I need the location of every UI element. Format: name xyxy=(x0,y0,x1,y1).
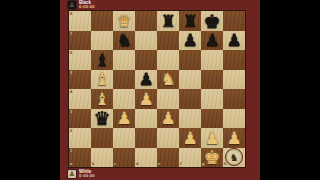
square-b4[interactable]: ♝ xyxy=(91,89,113,109)
square-g3[interactable] xyxy=(201,109,223,129)
piece-wP-c3[interactable]: ♟ xyxy=(113,109,135,128)
square-b2[interactable] xyxy=(91,128,113,148)
square-b6[interactable]: ♝ xyxy=(91,50,113,70)
piece-wP-e3[interactable]: ♟ xyxy=(157,109,179,128)
rank-label-1: 1 xyxy=(70,149,72,153)
piece-bQ-b3[interactable]: ♛ xyxy=(91,109,113,128)
square-a5[interactable]: 5 xyxy=(69,70,91,90)
square-c6[interactable] xyxy=(113,50,135,70)
square-a2[interactable]: 2 xyxy=(69,128,91,148)
square-d7[interactable] xyxy=(135,31,157,51)
square-h2[interactable]: ♟ xyxy=(223,128,245,148)
square-f2[interactable]: ♟ xyxy=(179,128,201,148)
square-f5[interactable] xyxy=(179,70,201,90)
square-g2[interactable]: ♟ xyxy=(201,128,223,148)
square-h7[interactable]: ♟ xyxy=(223,31,245,51)
square-e5[interactable]: ♞ xyxy=(157,70,179,90)
square-a3[interactable]: 3 xyxy=(69,109,91,129)
square-d6[interactable] xyxy=(135,50,157,70)
square-h1[interactable]: h♞ xyxy=(223,148,245,168)
square-a7[interactable]: 7 xyxy=(69,31,91,51)
piece-bR-e8[interactable]: ♜ xyxy=(157,12,179,31)
square-e8[interactable]: ♜ xyxy=(157,11,179,31)
white-piece-icon: ♟ xyxy=(68,170,76,178)
square-a1[interactable]: 1a xyxy=(69,148,91,168)
square-f6[interactable] xyxy=(179,50,201,70)
square-e2[interactable] xyxy=(157,128,179,148)
square-a6[interactable]: 6 xyxy=(69,50,91,70)
file-label-a: a xyxy=(70,162,72,166)
rank-label-8: 8 xyxy=(70,12,72,16)
piece-wP-d4[interactable]: ♟ xyxy=(135,90,157,109)
rank-label-7: 7 xyxy=(70,32,72,36)
piece-wB-b5[interactable]: ♝ xyxy=(91,70,113,89)
file-label-d: d xyxy=(136,162,138,166)
rank-label-4: 4 xyxy=(70,90,72,94)
black-clock: 0:00:00 xyxy=(79,5,95,9)
square-c4[interactable] xyxy=(113,89,135,109)
game-panel: ♟ Black 0:00:00 8♛♜♜♚7♞♟♟♟6♝5♝♟♞4♝♟3♛♟♟2… xyxy=(60,0,260,180)
square-d4[interactable]: ♟ xyxy=(135,89,157,109)
square-h8[interactable] xyxy=(223,11,245,31)
piece-bP-f7[interactable]: ♟ xyxy=(179,31,201,50)
square-b8[interactable] xyxy=(91,11,113,31)
square-b1[interactable]: b xyxy=(91,148,113,168)
file-label-b: b xyxy=(92,162,94,166)
black-piece-icon: ♟ xyxy=(68,1,76,9)
rank-label-6: 6 xyxy=(70,51,72,55)
square-b3[interactable]: ♛ xyxy=(91,109,113,129)
piece-wP-g2[interactable]: ♟ xyxy=(201,129,223,148)
piece-wK-g1[interactable]: ♚ xyxy=(201,148,223,167)
square-f1[interactable]: f xyxy=(179,148,201,168)
piece-bK-g8[interactable]: ♚ xyxy=(201,12,223,31)
square-h3[interactable] xyxy=(223,109,245,129)
square-c7[interactable]: ♞ xyxy=(113,31,135,51)
square-h4[interactable] xyxy=(223,89,245,109)
white-player-bar: ♟ White 0:00:00 xyxy=(68,168,95,180)
square-h5[interactable] xyxy=(223,70,245,90)
square-b5[interactable]: ♝ xyxy=(91,70,113,90)
square-g5[interactable] xyxy=(201,70,223,90)
rank-label-3: 3 xyxy=(70,110,72,114)
square-d1[interactable]: d xyxy=(135,148,157,168)
square-d2[interactable] xyxy=(135,128,157,148)
square-b7[interactable] xyxy=(91,31,113,51)
black-player-bar: ♟ Black 0:00:00 xyxy=(68,0,95,10)
square-g7[interactable]: ♟ xyxy=(201,31,223,51)
square-f7[interactable]: ♟ xyxy=(179,31,201,51)
square-e1[interactable]: e xyxy=(157,148,179,168)
piece-wP-f2[interactable]: ♟ xyxy=(179,129,201,148)
file-label-e: e xyxy=(158,162,160,166)
square-g8[interactable]: ♚ xyxy=(201,11,223,31)
square-a8[interactable]: 8 xyxy=(69,11,91,31)
rank-label-5: 5 xyxy=(70,71,72,75)
square-c5[interactable] xyxy=(113,70,135,90)
square-f3[interactable] xyxy=(179,109,201,129)
chess-board[interactable]: 8♛♜♜♚7♞♟♟♟6♝5♝♟♞4♝♟3♛♟♟2♟♟♟1abcdefg♚h♞ xyxy=(68,10,246,168)
square-c8[interactable]: ♛ xyxy=(113,11,135,31)
square-g4[interactable] xyxy=(201,89,223,109)
file-label-c: c xyxy=(114,162,116,166)
square-e6[interactable] xyxy=(157,50,179,70)
square-d8[interactable] xyxy=(135,11,157,31)
piece-wN-e5[interactable]: ♞ xyxy=(157,70,179,89)
rank-label-2: 2 xyxy=(70,129,72,133)
square-g1[interactable]: g♚ xyxy=(201,148,223,168)
square-c2[interactable] xyxy=(113,128,135,148)
square-g6[interactable] xyxy=(201,50,223,70)
square-f4[interactable] xyxy=(179,89,201,109)
piece-wP-h2[interactable]: ♟ xyxy=(223,129,245,148)
piece-wB-b4[interactable]: ♝ xyxy=(91,90,113,109)
piece-bP-h7[interactable]: ♟ xyxy=(223,31,245,50)
square-a4[interactable]: 4 xyxy=(69,89,91,109)
square-c1[interactable]: c xyxy=(113,148,135,168)
piece-bP-g7[interactable]: ♟ xyxy=(201,31,223,50)
piece-bP-d5[interactable]: ♟ xyxy=(135,70,157,89)
app-logo-badge: ♞ xyxy=(225,148,243,166)
app-screen: ♟ Black 0:00:00 8♛♜♜♚7♞♟♟♟6♝5♝♟♞4♝♟3♛♟♟2… xyxy=(0,0,320,180)
square-d5[interactable]: ♟ xyxy=(135,70,157,90)
white-clock: 0:00:00 xyxy=(79,174,95,178)
square-e3[interactable]: ♟ xyxy=(157,109,179,129)
file-label-f: f xyxy=(180,162,181,166)
piece-bB-b6[interactable]: ♝ xyxy=(91,51,113,70)
square-e7[interactable] xyxy=(157,31,179,51)
piece-wQ-c8[interactable]: ♛ xyxy=(113,12,135,31)
piece-bN-c7[interactable]: ♞ xyxy=(113,31,135,50)
piece-bR-f8[interactable]: ♜ xyxy=(179,12,201,31)
square-h6[interactable] xyxy=(223,50,245,70)
square-f8[interactable]: ♜ xyxy=(179,11,201,31)
square-d3[interactable] xyxy=(135,109,157,129)
square-e4[interactable] xyxy=(157,89,179,109)
square-c3[interactable]: ♟ xyxy=(113,109,135,129)
